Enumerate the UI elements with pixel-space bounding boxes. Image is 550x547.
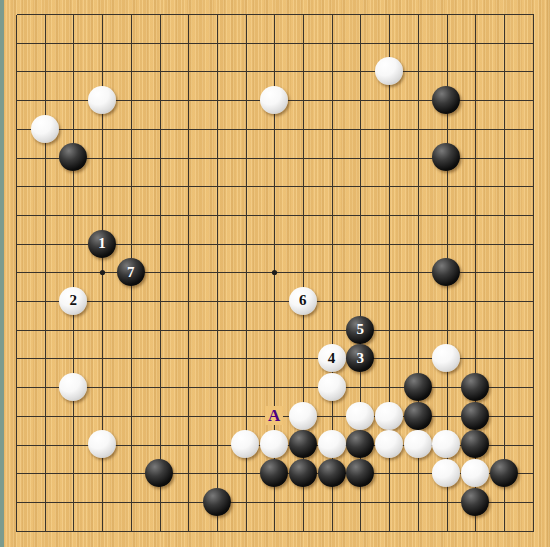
black-stone-disc: 3 bbox=[346, 344, 374, 372]
white-stone bbox=[289, 401, 318, 430]
white-stone-disc bbox=[375, 57, 403, 85]
black-stone bbox=[260, 459, 289, 488]
black-stone bbox=[461, 487, 490, 516]
black-stone bbox=[489, 459, 518, 488]
white-stone bbox=[317, 373, 346, 402]
white-stone bbox=[432, 344, 461, 373]
black-stone-disc bbox=[432, 143, 460, 171]
black-stone-disc bbox=[461, 430, 489, 458]
black-stone-disc bbox=[260, 459, 288, 487]
black-stone bbox=[432, 143, 461, 172]
black-stone-disc bbox=[346, 459, 374, 487]
white-stone bbox=[88, 430, 117, 459]
black-stone bbox=[432, 86, 461, 115]
go-board[interactable]: 1726543A bbox=[2, 0, 547, 545]
black-stone-disc bbox=[404, 402, 432, 430]
move-number: 7 bbox=[127, 265, 135, 280]
move-number: 3 bbox=[356, 351, 364, 366]
white-stone bbox=[375, 57, 404, 86]
black-stone-disc bbox=[318, 459, 346, 487]
white-stone bbox=[403, 430, 432, 459]
black-stone-disc bbox=[461, 402, 489, 430]
white-stone-disc: 4 bbox=[318, 344, 346, 372]
move-number: 2 bbox=[70, 293, 78, 308]
white-stone: 6 bbox=[289, 287, 318, 316]
black-stone-disc bbox=[461, 373, 489, 401]
black-stone: 1 bbox=[88, 229, 117, 258]
move-number: 4 bbox=[328, 351, 336, 366]
black-stone bbox=[403, 401, 432, 430]
white-stone bbox=[88, 86, 117, 115]
white-stone bbox=[432, 459, 461, 488]
go-board-screenshot: 1726543A bbox=[0, 0, 550, 547]
black-stone: 7 bbox=[116, 258, 145, 287]
black-stone bbox=[346, 459, 375, 488]
white-stone-disc bbox=[88, 86, 116, 114]
white-stone-disc bbox=[260, 86, 288, 114]
black-stone bbox=[461, 373, 490, 402]
black-stone bbox=[461, 401, 490, 430]
white-stone-disc bbox=[432, 459, 460, 487]
white-stone-disc bbox=[375, 430, 403, 458]
black-stone-disc bbox=[432, 86, 460, 114]
black-stone-disc bbox=[432, 258, 460, 286]
black-stone bbox=[317, 459, 346, 488]
move-number: 5 bbox=[356, 322, 364, 337]
black-stone-disc bbox=[59, 143, 87, 171]
black-stone bbox=[403, 373, 432, 402]
white-stone-disc bbox=[375, 402, 403, 430]
black-stone bbox=[432, 258, 461, 287]
white-stone bbox=[346, 401, 375, 430]
white-stone bbox=[375, 401, 404, 430]
white-stone bbox=[317, 430, 346, 459]
black-stone-disc bbox=[404, 373, 432, 401]
black-stone-disc bbox=[145, 459, 173, 487]
white-stone bbox=[260, 430, 289, 459]
white-stone-disc bbox=[461, 459, 489, 487]
point-label: A bbox=[265, 406, 283, 425]
white-stone-disc bbox=[231, 430, 259, 458]
white-stone-disc bbox=[289, 402, 317, 430]
white-stone-disc bbox=[318, 373, 346, 401]
black-stone bbox=[346, 430, 375, 459]
black-stone bbox=[289, 459, 318, 488]
white-stone-disc bbox=[88, 430, 116, 458]
black-stone-disc bbox=[461, 488, 489, 516]
black-stone-disc bbox=[289, 459, 317, 487]
white-stone bbox=[59, 373, 88, 402]
black-stone-disc bbox=[346, 430, 374, 458]
white-stone-disc bbox=[318, 430, 346, 458]
black-stone: 3 bbox=[346, 344, 375, 373]
black-stone-disc bbox=[203, 488, 231, 516]
move-number: 6 bbox=[299, 293, 307, 308]
black-stone-disc bbox=[289, 430, 317, 458]
black-stone-disc: 5 bbox=[346, 316, 374, 344]
white-stone: 2 bbox=[59, 287, 88, 316]
white-stone-disc bbox=[432, 430, 460, 458]
black-stone bbox=[289, 430, 318, 459]
move-number: 1 bbox=[98, 236, 106, 251]
black-stone-disc: 7 bbox=[117, 258, 145, 286]
black-stone bbox=[202, 487, 231, 516]
black-stone-disc: 1 bbox=[88, 230, 116, 258]
black-stone-disc bbox=[490, 459, 518, 487]
black-stone bbox=[145, 459, 174, 488]
white-stone-disc: 2 bbox=[59, 287, 87, 315]
white-stone bbox=[461, 459, 490, 488]
black-stone bbox=[461, 430, 490, 459]
white-stone bbox=[375, 430, 404, 459]
white-stone-disc bbox=[260, 430, 288, 458]
white-stone-disc bbox=[432, 344, 460, 372]
white-stone bbox=[231, 430, 260, 459]
white-stone-disc bbox=[31, 115, 59, 143]
white-stone-disc bbox=[59, 373, 87, 401]
black-stone bbox=[59, 143, 88, 172]
white-stone bbox=[432, 430, 461, 459]
white-stone bbox=[30, 114, 59, 143]
black-stone: 5 bbox=[346, 315, 375, 344]
white-stone-disc: 6 bbox=[289, 287, 317, 315]
labeled-point[interactable]: A bbox=[260, 401, 289, 430]
white-stone-disc bbox=[346, 402, 374, 430]
white-stone bbox=[260, 86, 289, 115]
left-edge-strip bbox=[0, 0, 4, 547]
white-stone: 4 bbox=[317, 344, 346, 373]
white-stone-disc bbox=[404, 430, 432, 458]
